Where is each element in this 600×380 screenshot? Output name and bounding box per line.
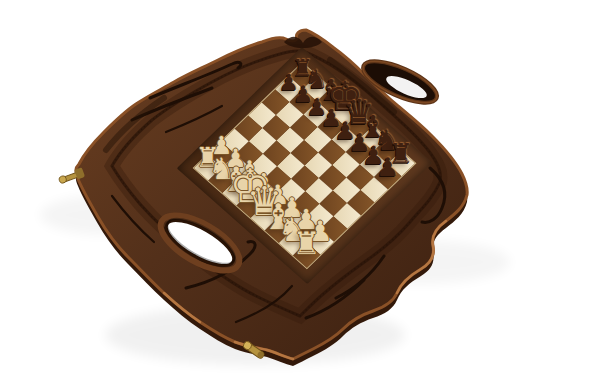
product-photo-chess-set: ♜♞♝♛♚♝♞♜♟♟♟♟♟♟♟♟♟♟♟♟♟♟♟♟♜♞♝♛♚♝♞♜ bbox=[0, 0, 600, 380]
black-pawn-a7[interactable]: ♟ bbox=[358, 155, 418, 181]
white-rook-a1[interactable]: ♜ bbox=[277, 228, 337, 259]
